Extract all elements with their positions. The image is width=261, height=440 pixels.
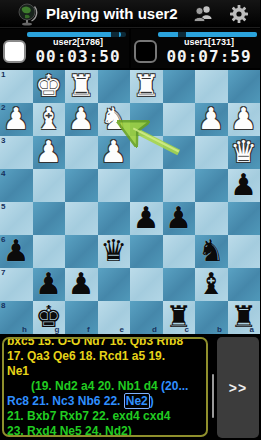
black-pawn: ♟ (228, 169, 261, 201)
square-f6[interactable] (65, 235, 98, 268)
black-pawn: ♟ (33, 268, 66, 300)
black-knight: ♞ (195, 235, 228, 267)
square-a8[interactable]: ♜ (228, 301, 261, 334)
black-player-panel: user1[1731] 00:07:59 (131, 29, 260, 68)
square-b1[interactable] (195, 70, 228, 103)
title-bar: Playing with user2 [17... (0, 0, 260, 28)
square-c7[interactable] (163, 268, 196, 301)
square-d1[interactable]: ♜ (130, 70, 163, 103)
file-label-c: c (185, 325, 189, 334)
move-line: 21. Bxb7 Rxb7 22. exd4 cxd4 (7, 409, 204, 424)
white-player-name: user2[1786] (27, 37, 129, 47)
move-token[interactable]: Ne1 (7, 364, 29, 378)
chess-board[interactable]: ♚♜♜♟♝♟♞♟♟♟♟♛♟♟♟♟♛♞♟♟♝♚♜♜12345678hgfedcba (0, 70, 260, 334)
file-label-h: h (22, 325, 27, 334)
square-f7[interactable]: ♟ (65, 268, 98, 301)
square-a7[interactable] (228, 268, 261, 301)
players-icon[interactable] (190, 2, 216, 26)
white-rook: ♜ (130, 70, 163, 102)
square-g6[interactable] (33, 235, 66, 268)
black-pawn: ♟ (65, 268, 98, 300)
page-title: Playing with user2 [17... (46, 5, 180, 22)
white-pawn: ♟ (65, 103, 98, 135)
move-token[interactable]: (20... (161, 379, 188, 393)
rank-label-2: 2 (1, 103, 5, 112)
square-e8[interactable] (98, 301, 131, 334)
square-b7[interactable]: ♝ (195, 268, 228, 301)
move-line: 23. Rxd4 Ne5 24. Nd2) (7, 424, 204, 437)
square-c1[interactable] (163, 70, 196, 103)
black-queen: ♛ (98, 235, 131, 267)
square-f8[interactable] (65, 301, 98, 334)
file-label-e: e (120, 325, 124, 334)
settings-gear-icon[interactable] (226, 2, 252, 26)
white-color-icon (3, 40, 26, 63)
app-globe-icon (14, 2, 40, 26)
square-c2[interactable] (163, 103, 196, 136)
black-rook: ♜ (163, 301, 196, 333)
square-d3[interactable] (130, 136, 163, 169)
black-king: ♚ (33, 301, 66, 333)
black-pawn: ♟ (130, 202, 163, 234)
square-c4[interactable] (163, 169, 196, 202)
square-e7[interactable] (98, 268, 131, 301)
move-line: bxc5 15. O-O Nd7 16. Qb3 Rfb8 (7, 337, 204, 349)
square-c6[interactable] (163, 235, 196, 268)
square-g3[interactable]: ♟ (33, 136, 66, 169)
black-color-icon (134, 40, 157, 63)
square-a1[interactable] (228, 70, 261, 103)
square-d2[interactable] (130, 103, 163, 136)
square-e1[interactable] (98, 70, 131, 103)
square-d6[interactable] (130, 235, 163, 268)
white-king: ♚ (33, 70, 66, 102)
square-f1[interactable]: ♜ (65, 70, 98, 103)
square-a6[interactable] (228, 235, 261, 268)
square-g4[interactable] (33, 169, 66, 202)
square-e2[interactable]: ♞ (98, 103, 131, 136)
square-e3[interactable]: ♟ (98, 136, 131, 169)
move-list-scrollbar[interactable] (212, 374, 214, 418)
move-token[interactable]: bxc5 15. O-O Nd7 16. Qb3 Rfb8 (7, 337, 183, 348)
move-token[interactable]: 17. Qa3 Qe6 18. Rcd1 a5 19. (7, 349, 165, 363)
rank-label-7: 7 (1, 268, 5, 277)
file-label-g: g (55, 325, 60, 334)
move-line: Rc8 21. Nc3 Nb6 22. Ne2) (7, 394, 204, 409)
square-b4[interactable] (195, 169, 228, 202)
square-e5[interactable] (98, 202, 131, 235)
square-g7[interactable]: ♟ (33, 268, 66, 301)
move-list[interactable]: bxc5 15. O-O Nd7 16. Qb3 Rfb817. Qa3 Qe6… (2, 337, 208, 437)
rank-label-8: 8 (1, 301, 5, 310)
square-b3[interactable] (195, 136, 228, 169)
square-d4[interactable] (130, 169, 163, 202)
square-a4[interactable]: ♟ (228, 169, 261, 202)
black-clock: 00:07:59 (158, 47, 260, 66)
black-rook: ♜ (228, 301, 261, 333)
black-pawn: ♟ (163, 202, 196, 234)
rank-label-3: 3 (1, 136, 5, 145)
square-a5[interactable] (228, 202, 261, 235)
square-c8[interactable]: ♜ (163, 301, 196, 334)
square-c3[interactable] (163, 136, 196, 169)
square-b5[interactable] (195, 202, 228, 235)
file-label-f: f (87, 325, 90, 334)
white-pawn: ♟ (228, 103, 261, 135)
move-token[interactable]: ) (150, 394, 154, 408)
square-f4[interactable] (65, 169, 98, 202)
file-label-d: d (152, 325, 157, 334)
square-e6[interactable]: ♛ (98, 235, 131, 268)
square-f3[interactable] (65, 136, 98, 169)
square-d5[interactable]: ♟ (130, 202, 163, 235)
move-token[interactable]: (19. Nd2 a4 20. Nb1 d4 (31, 379, 161, 393)
move-token[interactable]: 23. Rxd4 Ne5 24. Nd2) (7, 424, 132, 437)
current-move[interactable]: Ne2 (124, 393, 150, 409)
square-f5[interactable] (65, 202, 98, 235)
forward-button[interactable]: >> (217, 337, 259, 438)
file-label-a: a (250, 325, 254, 334)
square-g1[interactable]: ♚ (33, 70, 66, 103)
white-pawn: ♟ (195, 103, 228, 135)
white-bishop: ♝ (33, 103, 66, 135)
square-b2[interactable]: ♟ (195, 103, 228, 136)
square-e4[interactable] (98, 169, 131, 202)
square-d7[interactable] (130, 268, 163, 301)
square-f2[interactable]: ♟ (65, 103, 98, 136)
white-pawn: ♟ (98, 136, 131, 168)
square-g8[interactable]: ♚ (33, 301, 66, 334)
move-token[interactable]: 21. Bxb7 Rxb7 22. exd4 cxd4 (7, 409, 170, 423)
file-label-b: b (217, 325, 222, 334)
black-player-name: user1[1731] (158, 37, 260, 47)
rank-label-4: 4 (1, 169, 5, 178)
square-a2[interactable]: ♟ (228, 103, 261, 136)
black-bishop: ♝ (195, 268, 228, 300)
white-player-panel: user2[1786] 00:03:50 (0, 29, 129, 68)
rank-label-6: 6 (1, 235, 5, 244)
white-knight: ♞ (98, 103, 131, 135)
move-line: 17. Qa3 Qe6 18. Rcd1 a5 19. (7, 349, 204, 364)
app-window: Playing with user2 [17... (0, 0, 260, 440)
white-time-bar (27, 32, 126, 37)
white-pawn: ♟ (33, 136, 66, 168)
square-g2[interactable]: ♝ (33, 103, 66, 136)
move-token[interactable]: Rc8 21. Nc3 Nb6 22. (7, 394, 124, 408)
square-b8[interactable] (195, 301, 228, 334)
white-queen: ♛ (228, 136, 261, 168)
move-line: (19. Nd2 a4 20. Nb1 d4 (20... (7, 379, 204, 394)
square-d8[interactable] (130, 301, 163, 334)
white-rook: ♜ (65, 70, 98, 102)
white-clock: 00:03:50 (27, 47, 129, 66)
black-time-bar (158, 32, 257, 37)
square-a3[interactable]: ♛ (228, 136, 261, 169)
square-g5[interactable] (33, 202, 66, 235)
square-c5[interactable]: ♟ (163, 202, 196, 235)
rank-label-1: 1 (1, 70, 5, 79)
rank-label-5: 5 (1, 202, 5, 211)
player-bar: user2[1786] 00:03:50 user1[1731] 00:07:5… (0, 29, 260, 68)
move-line: Ne1 (7, 364, 204, 379)
forward-button-label: >> (229, 380, 247, 396)
square-b6[interactable]: ♞ (195, 235, 228, 268)
